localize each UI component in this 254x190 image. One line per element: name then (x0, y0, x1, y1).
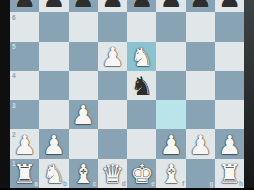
chess-board: ♜8♞♝♛♚♝♜♟7♟♟♟♟♟♟♟65♟♞4♞3♟♟2♟♟♟♟♜1a♞b♝c♛d… (10, 0, 244, 188)
square-f7[interactable]: ♟ (156, 0, 185, 12)
black-knight[interactable]: ♞ (127, 71, 156, 100)
square-h5[interactable] (215, 42, 244, 71)
white-knight[interactable]: ♞ (39, 159, 68, 188)
black-pawn[interactable]: ♟ (69, 0, 98, 12)
square-a1[interactable]: ♜1a (10, 159, 39, 188)
square-e6[interactable] (127, 12, 156, 41)
white-pawn[interactable]: ♟ (215, 129, 244, 158)
black-pawn[interactable]: ♟ (98, 0, 127, 12)
square-c7[interactable]: ♟ (69, 0, 98, 12)
square-f1[interactable]: ♝f (156, 159, 185, 188)
app-background: ♜8♞♝♛♚♝♜♟7♟♟♟♟♟♟♟65♟♞4♞3♟♟2♟♟♟♟♜1a♞b♝c♛d… (0, 0, 254, 190)
white-king[interactable]: ♚ (127, 159, 156, 188)
square-f6[interactable] (156, 12, 185, 41)
square-e7[interactable]: ♟ (127, 0, 156, 12)
square-h1[interactable]: ♜h (215, 159, 244, 188)
square-c2[interactable] (69, 129, 98, 158)
rank-label-6: 6 (12, 14, 16, 21)
square-e3[interactable] (127, 100, 156, 129)
file-label-g: g (210, 180, 214, 187)
square-g6[interactable] (186, 12, 215, 41)
square-c4[interactable] (69, 71, 98, 100)
white-queen[interactable]: ♛ (98, 159, 127, 188)
square-c6[interactable] (69, 12, 98, 41)
square-f4[interactable] (156, 71, 185, 100)
white-knight[interactable]: ♞ (127, 42, 156, 71)
rank-label-4: 4 (12, 72, 16, 79)
square-e1[interactable]: ♚e (127, 159, 156, 188)
white-rook[interactable]: ♜ (215, 159, 244, 188)
black-pawn[interactable]: ♟ (215, 0, 244, 12)
white-bishop[interactable]: ♝ (69, 159, 98, 188)
square-b1[interactable]: ♞b (39, 159, 68, 188)
square-e2[interactable] (127, 129, 156, 158)
square-b3[interactable] (39, 100, 68, 129)
square-a7[interactable]: ♟7 (10, 0, 39, 12)
bottom-edge-band (0, 188, 254, 190)
square-d6[interactable] (98, 12, 127, 41)
square-a6[interactable]: 6 (10, 12, 39, 41)
square-d7[interactable]: ♟ (98, 0, 127, 12)
white-rook[interactable]: ♜ (10, 159, 39, 188)
square-d2[interactable] (98, 129, 127, 158)
square-a3[interactable]: 3 (10, 100, 39, 129)
square-a2[interactable]: ♟2 (10, 129, 39, 158)
square-a5[interactable]: 5 (10, 42, 39, 71)
white-pawn[interactable]: ♟ (39, 129, 68, 158)
square-f2[interactable]: ♟ (156, 129, 185, 158)
black-pawn[interactable]: ♟ (10, 0, 39, 12)
rank-label-5: 5 (12, 43, 16, 50)
square-c3[interactable]: ♟ (69, 100, 98, 129)
white-pawn[interactable]: ♟ (98, 42, 127, 71)
square-g2[interactable]: ♟ (186, 129, 215, 158)
square-h3[interactable] (215, 100, 244, 129)
square-c1[interactable]: ♝c (69, 159, 98, 188)
square-d4[interactable] (98, 71, 127, 100)
square-g1[interactable]: g (186, 159, 215, 188)
square-g5[interactable] (186, 42, 215, 71)
white-bishop[interactable]: ♝ (156, 159, 185, 188)
white-pawn[interactable]: ♟ (69, 100, 98, 129)
rank-label-3: 3 (12, 102, 16, 109)
black-pawn[interactable]: ♟ (127, 0, 156, 12)
square-d5[interactable]: ♟ (98, 42, 127, 71)
square-h6[interactable] (215, 12, 244, 41)
square-c5[interactable] (69, 42, 98, 71)
square-h4[interactable] (215, 71, 244, 100)
right-edge-band (244, 0, 254, 190)
square-h7[interactable]: ♟ (215, 0, 244, 12)
square-b4[interactable] (39, 71, 68, 100)
white-pawn[interactable]: ♟ (10, 129, 39, 158)
square-a4[interactable]: 4 (10, 71, 39, 100)
square-e4[interactable]: ♞ (127, 71, 156, 100)
square-h2[interactable]: ♟ (215, 129, 244, 158)
square-b5[interactable] (39, 42, 68, 71)
black-pawn[interactable]: ♟ (156, 0, 185, 12)
square-d1[interactable]: ♛d (98, 159, 127, 188)
square-b2[interactable]: ♟ (39, 129, 68, 158)
square-b6[interactable] (39, 12, 68, 41)
white-pawn[interactable]: ♟ (186, 129, 215, 158)
square-b7[interactable]: ♟ (39, 0, 68, 12)
black-pawn[interactable]: ♟ (39, 0, 68, 12)
square-g7[interactable]: ♟ (186, 0, 215, 12)
square-g4[interactable] (186, 71, 215, 100)
square-g3[interactable] (186, 100, 215, 129)
square-d3[interactable] (98, 100, 127, 129)
square-e5[interactable]: ♞ (127, 42, 156, 71)
square-f3[interactable] (156, 100, 185, 129)
black-pawn[interactable]: ♟ (186, 0, 215, 12)
white-pawn[interactable]: ♟ (156, 129, 185, 158)
square-f5[interactable] (156, 42, 185, 71)
